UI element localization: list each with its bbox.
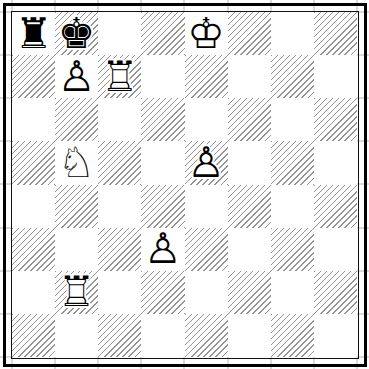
square-b4[interactable]	[55, 185, 98, 228]
square-f6[interactable]	[228, 98, 271, 141]
square-d4[interactable]	[141, 185, 184, 228]
square-h5[interactable]	[314, 141, 357, 184]
square-b1[interactable]	[55, 314, 98, 357]
square-f2[interactable]	[228, 271, 271, 314]
piece-glyph: ♖	[98, 55, 141, 98]
piece-glyph: ♙	[141, 228, 184, 271]
black-rook-piece[interactable]: ♜♜	[12, 12, 55, 55]
white-pawn-piece[interactable]: ♟♙	[55, 55, 98, 98]
piece-glyph: ♖	[55, 271, 98, 314]
square-c5[interactable]	[98, 141, 141, 184]
square-g3[interactable]	[271, 228, 314, 271]
square-h7[interactable]	[314, 55, 357, 98]
square-h3[interactable]	[314, 228, 357, 271]
square-f7[interactable]	[228, 55, 271, 98]
square-e3[interactable]	[185, 228, 228, 271]
square-d7[interactable]	[141, 55, 184, 98]
square-h8[interactable]	[314, 12, 357, 55]
square-b6[interactable]	[55, 98, 98, 141]
black-king-piece[interactable]: ♚♚	[55, 12, 98, 55]
grid-tick-marks-bottom	[0, 357, 369, 369]
square-b5[interactable]: ♞♘	[55, 141, 98, 184]
square-c3[interactable]	[98, 228, 141, 271]
square-e2[interactable]	[185, 271, 228, 314]
square-e7[interactable]	[185, 55, 228, 98]
square-h1[interactable]	[314, 314, 357, 357]
piece-glyph: ♚	[55, 12, 98, 55]
square-g5[interactable]	[271, 141, 314, 184]
square-b8[interactable]: ♚♚	[55, 12, 98, 55]
square-e8[interactable]: ♚♔	[185, 12, 228, 55]
chess-diagram: ♜♜♚♚♚♔♟♙♜♖♞♘♟♙♟♙♜♖	[0, 0, 369, 369]
square-c1[interactable]	[98, 314, 141, 357]
square-f1[interactable]	[228, 314, 271, 357]
square-g7[interactable]	[271, 55, 314, 98]
square-a7[interactable]	[12, 55, 55, 98]
piece-glyph: ♙	[185, 141, 228, 184]
square-f5[interactable]	[228, 141, 271, 184]
square-a3[interactable]	[12, 228, 55, 271]
grid-tick-marks-left	[0, 0, 11, 369]
piece-glyph: ♜	[12, 12, 55, 55]
square-a8[interactable]: ♜♜	[12, 12, 55, 55]
square-c2[interactable]	[98, 271, 141, 314]
square-h2[interactable]	[314, 271, 357, 314]
square-g6[interactable]	[271, 98, 314, 141]
square-g4[interactable]	[271, 185, 314, 228]
square-a4[interactable]	[12, 185, 55, 228]
piece-glyph: ♙	[55, 55, 98, 98]
square-a6[interactable]	[12, 98, 55, 141]
square-b7[interactable]: ♟♙	[55, 55, 98, 98]
square-d3[interactable]: ♟♙	[141, 228, 184, 271]
piece-glyph: ♔	[185, 12, 228, 55]
square-g8[interactable]	[271, 12, 314, 55]
white-pawn-piece[interactable]: ♟♙	[185, 141, 228, 184]
square-d5[interactable]	[141, 141, 184, 184]
square-e1[interactable]	[185, 314, 228, 357]
square-a1[interactable]	[12, 314, 55, 357]
square-b2[interactable]: ♜♖	[55, 271, 98, 314]
white-pawn-piece[interactable]: ♟♙	[141, 228, 184, 271]
white-king-piece[interactable]: ♚♔	[185, 12, 228, 55]
square-b3[interactable]	[55, 228, 98, 271]
square-d8[interactable]	[141, 12, 184, 55]
square-c6[interactable]	[98, 98, 141, 141]
square-d2[interactable]	[141, 271, 184, 314]
square-g1[interactable]	[271, 314, 314, 357]
square-f4[interactable]	[228, 185, 271, 228]
chess-board: ♜♜♚♚♚♔♟♙♜♖♞♘♟♙♟♙♜♖	[12, 12, 357, 357]
square-c8[interactable]	[98, 12, 141, 55]
square-f8[interactable]	[228, 12, 271, 55]
square-e4[interactable]	[185, 185, 228, 228]
square-c4[interactable]	[98, 185, 141, 228]
square-e6[interactable]	[185, 98, 228, 141]
square-a2[interactable]	[12, 271, 55, 314]
piece-glyph: ♘	[55, 141, 98, 184]
square-c7[interactable]: ♜♖	[98, 55, 141, 98]
white-rook-piece[interactable]: ♜♖	[55, 271, 98, 314]
square-h4[interactable]	[314, 185, 357, 228]
white-rook-piece[interactable]: ♜♖	[98, 55, 141, 98]
square-a5[interactable]	[12, 141, 55, 184]
square-e5[interactable]: ♟♙	[185, 141, 228, 184]
square-d6[interactable]	[141, 98, 184, 141]
grid-tick-marks-top	[0, 0, 369, 11]
grid-tick-marks-right	[357, 0, 369, 369]
white-knight-piece[interactable]: ♞♘	[55, 141, 98, 184]
square-f3[interactable]	[228, 228, 271, 271]
square-h6[interactable]	[314, 98, 357, 141]
square-g2[interactable]	[271, 271, 314, 314]
square-d1[interactable]	[141, 314, 184, 357]
